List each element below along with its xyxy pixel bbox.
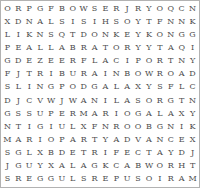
grid-cell[interactable]: N (35, 81, 46, 94)
grid-cell[interactable]: U (24, 160, 35, 173)
grid-cell[interactable]: N (2, 120, 13, 133)
grid-cell[interactable]: O (154, 160, 165, 173)
grid-cell[interactable]: N (187, 2, 198, 15)
grid-cell[interactable]: I (154, 173, 165, 186)
grid-cell[interactable]: K (187, 15, 198, 28)
grid-cell[interactable]: U (35, 107, 46, 120)
grid-cell[interactable]: R (78, 41, 89, 54)
grid-cell[interactable]: L (2, 28, 13, 41)
grid-cell[interactable]: B (67, 41, 78, 54)
grid-cell[interactable]: G (154, 120, 165, 133)
grid-cell[interactable]: A (122, 160, 133, 173)
grid-cell[interactable]: L (67, 173, 78, 186)
grid-cell[interactable]: A (165, 41, 176, 54)
grid-cell[interactable]: O (122, 15, 133, 28)
grid-cell[interactable]: R (111, 2, 122, 15)
grid-cell[interactable]: X (78, 120, 89, 133)
grid-cell[interactable]: G (2, 55, 13, 68)
grid-cell[interactable]: H (100, 15, 111, 28)
grid-cell[interactable]: T (154, 41, 165, 54)
grid-cell[interactable]: F (89, 120, 100, 133)
grid-cell[interactable]: Y (133, 41, 144, 54)
grid-cell[interactable]: J (187, 147, 198, 160)
grid-cell[interactable]: N (89, 94, 100, 107)
grid-cell[interactable]: D (78, 28, 89, 41)
grid-cell[interactable]: S (2, 81, 13, 94)
grid-cell[interactable]: R (89, 147, 100, 160)
grid-cell[interactable]: F (78, 55, 89, 68)
grid-cell[interactable]: Y (133, 15, 144, 28)
grid-cell[interactable]: I (187, 41, 198, 54)
grid-cell[interactable]: X (2, 15, 13, 28)
grid-cell[interactable]: O (46, 133, 57, 146)
grid-cell[interactable]: J (122, 2, 133, 15)
grid-cell[interactable]: R (122, 41, 133, 54)
grid-cell[interactable]: Y (133, 28, 144, 41)
grid-cell[interactable]: E (122, 147, 133, 160)
grid-cell[interactable]: F (154, 15, 165, 28)
grid-cell[interactable]: L (13, 81, 24, 94)
grid-cell[interactable]: T (13, 120, 24, 133)
grid-cell[interactable]: O (154, 2, 165, 15)
grid-cell[interactable]: A (67, 133, 78, 146)
grid-cell[interactable]: O (144, 55, 155, 68)
grid-cell[interactable]: J (13, 94, 24, 107)
grid-cell[interactable]: E (24, 55, 35, 68)
grid-cell[interactable]: O (122, 107, 133, 120)
grid-cell[interactable]: L (67, 120, 78, 133)
grid-cell[interactable]: H (176, 160, 187, 173)
grid-cell[interactable]: O (165, 68, 176, 81)
grid-cell[interactable]: R (154, 55, 165, 68)
grid-cell[interactable]: I (176, 120, 187, 133)
grid-cell[interactable]: R (78, 133, 89, 146)
grid-cell[interactable]: W (78, 2, 89, 15)
grid-cell[interactable]: Y (144, 2, 155, 15)
grid-cell[interactable]: X (133, 81, 144, 94)
grid-cell[interactable]: K (144, 28, 155, 41)
grid-cell[interactable]: G (89, 81, 100, 94)
grid-cell[interactable]: N (24, 15, 35, 28)
grid-cell[interactable]: D (13, 55, 24, 68)
grid-cell[interactable]: A (176, 173, 187, 186)
grid-cell[interactable]: C (111, 160, 122, 173)
grid-cell[interactable]: B (46, 147, 57, 160)
grid-cell[interactable]: S (13, 107, 24, 120)
grid-cell[interactable]: A (78, 160, 89, 173)
grid-cell[interactable]: D (56, 147, 67, 160)
grid-cell[interactable]: S (154, 81, 165, 94)
grid-cell[interactable]: E (100, 173, 111, 186)
grid-cell[interactable]: E (46, 55, 57, 68)
grid-cell[interactable]: W (67, 94, 78, 107)
grid-cell[interactable]: R (100, 107, 111, 120)
grid-cell[interactable]: E (100, 2, 111, 15)
grid-cell[interactable]: N (111, 68, 122, 81)
grid-cell[interactable]: E (24, 173, 35, 186)
grid-cell[interactable]: S (2, 147, 13, 160)
grid-cell[interactable]: A (89, 107, 100, 120)
grid-cell[interactable]: M (187, 173, 198, 186)
grid-cell[interactable]: I (89, 15, 100, 28)
grid-cell[interactable]: T (78, 147, 89, 160)
grid-cell[interactable]: D (122, 133, 133, 146)
grid-cell[interactable]: N (35, 28, 46, 41)
grid-cell[interactable]: V (133, 133, 144, 146)
grid-cell[interactable]: M (78, 107, 89, 120)
grid-cell[interactable]: Y (144, 81, 155, 94)
grid-cell[interactable]: A (144, 133, 155, 146)
grid-cell[interactable]: R (154, 68, 165, 81)
grid-cell[interactable]: R (67, 107, 78, 120)
grid-cell[interactable]: I (24, 120, 35, 133)
grid-cell[interactable]: R (133, 2, 144, 15)
grid-cell[interactable]: F (2, 68, 13, 81)
grid-cell[interactable]: F (111, 147, 122, 160)
grid-cell[interactable]: A (111, 133, 122, 146)
grid-cell[interactable]: A (122, 94, 133, 107)
grid-cell[interactable]: G (187, 28, 198, 41)
grid-cell[interactable]: G (35, 120, 46, 133)
grid-cell[interactable]: E (67, 147, 78, 160)
grid-cell[interactable]: S (56, 15, 67, 28)
grid-cell[interactable]: I (67, 15, 78, 28)
grid-cell[interactable]: T (67, 28, 78, 41)
grid-cell[interactable]: N (176, 55, 187, 68)
grid-cell[interactable]: N (165, 15, 176, 28)
grid-cell[interactable]: Y (187, 55, 198, 68)
grid-cell[interactable]: E (122, 28, 133, 41)
grid-cell[interactable]: I (13, 28, 24, 41)
grid-cell[interactable]: Y (187, 107, 198, 120)
grid-cell[interactable]: C (176, 2, 187, 15)
grid-cell[interactable]: C (165, 133, 176, 146)
grid-cell[interactable]: L (111, 94, 122, 107)
grid-cell[interactable]: A (165, 107, 176, 120)
grid-cell[interactable]: P (56, 133, 67, 146)
word-search-puzzle: ORPGFBOWSERJRYOQCNXDNALSISIHSOYTFNNKLIKN… (0, 0, 200, 188)
grid-cell[interactable]: O (154, 28, 165, 41)
grid-cell[interactable]: O (67, 2, 78, 15)
grid-cell[interactable]: S (89, 2, 100, 15)
grid-cell[interactable]: S (78, 173, 89, 186)
grid-cell[interactable]: C (187, 81, 198, 94)
grid-cell[interactable]: L (35, 41, 46, 54)
grid-cell[interactable]: N (165, 120, 176, 133)
grid-cell[interactable]: I (46, 120, 57, 133)
grid-cell[interactable]: O (2, 2, 13, 15)
grid-cell[interactable]: J (56, 94, 67, 107)
grid-cell[interactable]: T (144, 15, 155, 28)
grid-cell[interactable]: A (100, 81, 111, 94)
grid-cell[interactable]: R (67, 55, 78, 68)
grid-cell[interactable]: T (24, 68, 35, 81)
grid-cell[interactable]: R (78, 68, 89, 81)
grid-cell[interactable]: X (176, 107, 187, 120)
grid-cell[interactable]: G (35, 173, 46, 186)
grid-cell[interactable]: L (176, 81, 187, 94)
grid-cell[interactable]: C (111, 55, 122, 68)
grid-cell[interactable]: Y (144, 41, 155, 54)
grid-cell[interactable]: G (176, 28, 187, 41)
grid-cell[interactable]: P (24, 2, 35, 15)
grid-cell[interactable]: T (89, 133, 100, 146)
grid-cell[interactable]: D (187, 68, 198, 81)
grid-cell[interactable]: P (46, 107, 57, 120)
grid-cell[interactable]: R (111, 120, 122, 133)
grid-cell[interactable]: X (35, 147, 46, 160)
grid-cell[interactable]: D (78, 81, 89, 94)
grid-cell[interactable]: Q (165, 2, 176, 15)
word-search-grid: ORPGFBOWSERJRYOQCNXDNALSISIHSOYTFNNKLIKN… (1, 1, 199, 187)
grid-cell[interactable]: V (35, 94, 46, 107)
grid-cell[interactable]: S (24, 107, 35, 120)
grid-cell[interactable]: O (144, 173, 155, 186)
grid-cell[interactable]: O (133, 120, 144, 133)
grid-cell[interactable]: J (2, 160, 13, 173)
grid-cell[interactable]: W (144, 160, 155, 173)
grid-cell[interactable]: T (144, 147, 155, 160)
grid-cell[interactable]: A (56, 41, 67, 54)
grid-cell[interactable]: K (187, 120, 198, 133)
grid-cell[interactable]: B (122, 68, 133, 81)
grid-cell[interactable]: A (89, 41, 100, 54)
grid-cell[interactable]: N (165, 28, 176, 41)
grid-cell[interactable]: S (111, 15, 122, 28)
grid-cell[interactable]: R (24, 133, 35, 146)
grid-cell[interactable]: I (100, 68, 111, 81)
grid-cell[interactable]: C (24, 94, 35, 107)
grid-cell[interactable]: Z (35, 55, 46, 68)
grid-cell[interactable]: N (176, 15, 187, 28)
grid-cell[interactable]: I (122, 55, 133, 68)
grid-cell[interactable]: I (35, 133, 46, 146)
grid-cell[interactable]: Y (35, 160, 46, 173)
grid-cell[interactable]: O (67, 81, 78, 94)
grid-cell[interactable]: R (13, 2, 24, 15)
grid-cell[interactable]: G (165, 94, 176, 107)
grid-cell[interactable]: R (13, 173, 24, 186)
grid-cell[interactable]: A (154, 147, 165, 160)
grid-cell[interactable]: U (56, 120, 67, 133)
grid-cell[interactable]: S (78, 15, 89, 28)
grid-cell[interactable]: I (100, 94, 111, 107)
grid-cell[interactable]: I (46, 68, 57, 81)
grid-cell[interactable]: E (56, 107, 67, 120)
grid-cell[interactable]: O (133, 68, 144, 81)
grid-cell[interactable]: D (13, 15, 24, 28)
grid-cell[interactable]: G (35, 2, 46, 15)
grid-cell[interactable]: L (67, 160, 78, 173)
grid-cell[interactable]: B (56, 2, 67, 15)
grid-cell[interactable]: G (13, 160, 24, 173)
grid-cell[interactable]: U (67, 68, 78, 81)
grid-cell[interactable]: F (165, 81, 176, 94)
grid-cell[interactable]: O (144, 94, 155, 107)
grid-cell[interactable]: L (111, 81, 122, 94)
grid-cell[interactable]: I (24, 81, 35, 94)
grid-cell[interactable]: T (187, 160, 198, 173)
grid-cell[interactable]: P (56, 81, 67, 94)
grid-cell[interactable]: T (176, 94, 187, 107)
grid-cell[interactable]: R (165, 160, 176, 173)
grid-cell[interactable]: R (165, 173, 176, 186)
grid-cell[interactable]: W (46, 94, 57, 107)
grid-cell[interactable]: N (100, 28, 111, 41)
grid-cell[interactable]: U (56, 173, 67, 186)
grid-cell[interactable]: K (111, 28, 122, 41)
grid-cell[interactable]: R (89, 173, 100, 186)
grid-cell[interactable]: M (2, 133, 13, 146)
grid-cell[interactable]: T (100, 41, 111, 54)
grid-cell[interactable]: A (176, 68, 187, 81)
grid-cell[interactable]: W (144, 68, 155, 81)
grid-cell[interactable]: S (133, 94, 144, 107)
grid-cell[interactable]: Q (56, 28, 67, 41)
grid-cell[interactable]: B (144, 120, 155, 133)
grid-cell[interactable]: O (89, 28, 100, 41)
grid-cell[interactable]: K (24, 28, 35, 41)
grid-cell[interactable]: L (24, 147, 35, 160)
grid-cell[interactable]: Q (176, 41, 187, 54)
grid-cell[interactable]: R (154, 94, 165, 107)
grid-cell[interactable]: C (133, 147, 144, 160)
grid-cell[interactable]: P (111, 173, 122, 186)
grid-cell[interactable]: E (13, 41, 24, 54)
grid-cell[interactable]: U (122, 173, 133, 186)
grid-cell[interactable]: N (100, 120, 111, 133)
grid-cell[interactable]: N (187, 94, 198, 107)
grid-cell[interactable]: E (176, 133, 187, 146)
grid-cell[interactable]: A (78, 94, 89, 107)
grid-cell[interactable]: S (2, 173, 13, 186)
grid-cell[interactable]: K (100, 160, 111, 173)
grid-cell[interactable]: I (111, 107, 122, 120)
grid-cell[interactable]: X (46, 160, 57, 173)
grid-cell[interactable]: L (46, 15, 57, 28)
grid-cell[interactable]: A (100, 55, 111, 68)
grid-cell[interactable]: A (35, 15, 46, 28)
grid-cell[interactable]: B (133, 160, 144, 173)
grid-cell[interactable]: G (46, 173, 57, 186)
grid-cell[interactable]: D (2, 94, 13, 107)
grid-cell[interactable]: G (133, 107, 144, 120)
grid-cell[interactable]: G (89, 160, 100, 173)
grid-cell[interactable]: T (165, 55, 176, 68)
grid-cell[interactable]: S (46, 28, 57, 41)
grid-cell[interactable]: O (122, 120, 133, 133)
grid-cell[interactable]: A (13, 133, 24, 146)
grid-cell[interactable]: E (56, 55, 67, 68)
grid-cell[interactable]: S (133, 173, 144, 186)
grid-cell[interactable]: A (24, 41, 35, 54)
grid-cell[interactable]: Y (165, 147, 176, 160)
grid-cell[interactable]: R (35, 68, 46, 81)
grid-cell[interactable]: A (56, 160, 67, 173)
grid-cell[interactable]: N (154, 133, 165, 146)
grid-cell[interactable]: L (154, 107, 165, 120)
grid-cell[interactable]: G (13, 147, 24, 160)
grid-cell[interactable]: D (176, 147, 187, 160)
grid-cell[interactable]: Y (100, 133, 111, 146)
grid-cell[interactable]: O (111, 41, 122, 54)
grid-cell[interactable]: F (46, 2, 57, 15)
grid-cell[interactable]: A (89, 68, 100, 81)
grid-cell[interactable]: I (100, 147, 111, 160)
grid-cell[interactable]: P (133, 55, 144, 68)
grid-cell[interactable]: J (13, 68, 24, 81)
grid-cell[interactable]: L (46, 41, 57, 54)
grid-cell[interactable]: X (187, 133, 198, 146)
grid-cell[interactable]: G (46, 81, 57, 94)
grid-cell[interactable]: L (89, 55, 100, 68)
grid-cell[interactable]: G (2, 107, 13, 120)
grid-cell[interactable]: A (144, 107, 155, 120)
grid-cell[interactable]: B (56, 68, 67, 81)
grid-cell[interactable]: P (2, 41, 13, 54)
grid-cell[interactable]: A (122, 81, 133, 94)
